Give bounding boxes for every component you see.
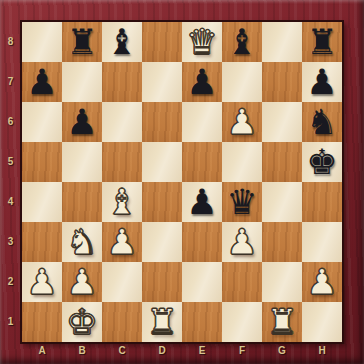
- rank-label-2: 2: [0, 262, 21, 302]
- rank-label-4: 4: [0, 182, 21, 222]
- black-queen[interactable]: ♛: [222, 182, 262, 222]
- white-bishop[interactable]: ♝: [102, 182, 142, 222]
- square-b7[interactable]: [62, 62, 102, 102]
- white-pawn[interactable]: ♟: [102, 222, 142, 262]
- file-label-f: F: [222, 343, 262, 359]
- black-pawn[interactable]: ♟: [182, 62, 222, 102]
- white-pawn[interactable]: ♟: [222, 102, 262, 142]
- square-d4[interactable]: [142, 182, 182, 222]
- rank-label-1: 1: [0, 302, 21, 342]
- black-pawn[interactable]: ♟: [182, 182, 222, 222]
- square-a2[interactable]: ♟: [22, 262, 62, 302]
- square-b3[interactable]: ♞: [62, 222, 102, 262]
- square-g6[interactable]: [262, 102, 302, 142]
- black-knight[interactable]: ♞: [302, 102, 342, 142]
- square-g4[interactable]: [262, 182, 302, 222]
- white-pawn[interactable]: ♟: [222, 222, 262, 262]
- square-b6[interactable]: ♟: [62, 102, 102, 142]
- square-f5[interactable]: [222, 142, 262, 182]
- square-e6[interactable]: [182, 102, 222, 142]
- square-f6[interactable]: ♟: [222, 102, 262, 142]
- rank-label-3: 3: [0, 222, 21, 262]
- white-pawn[interactable]: ♟: [302, 262, 342, 302]
- square-b8[interactable]: ♜: [62, 22, 102, 62]
- square-a5[interactable]: [22, 142, 62, 182]
- white-queen[interactable]: ♛: [182, 22, 222, 62]
- square-a7[interactable]: ♟: [22, 62, 62, 102]
- black-king[interactable]: ♚: [302, 142, 342, 182]
- square-e4[interactable]: ♟: [182, 182, 222, 222]
- rank-label-8: 8: [0, 22, 21, 62]
- square-d5[interactable]: [142, 142, 182, 182]
- file-label-g: G: [262, 343, 302, 359]
- square-a6[interactable]: [22, 102, 62, 142]
- square-h7[interactable]: ♟: [302, 62, 342, 102]
- file-label-e: E: [182, 343, 222, 359]
- file-label-d: D: [142, 343, 182, 359]
- white-rook[interactable]: ♜: [262, 302, 302, 342]
- square-c8[interactable]: ♝: [102, 22, 142, 62]
- black-bishop[interactable]: ♝: [222, 22, 262, 62]
- rank-label-6: 6: [0, 102, 21, 142]
- file-label-a: A: [22, 343, 62, 359]
- square-b2[interactable]: ♟: [62, 262, 102, 302]
- square-h2[interactable]: ♟: [302, 262, 342, 302]
- square-c5[interactable]: [102, 142, 142, 182]
- square-h6[interactable]: ♞: [302, 102, 342, 142]
- square-h5[interactable]: ♚: [302, 142, 342, 182]
- black-pawn[interactable]: ♟: [22, 62, 62, 102]
- square-g5[interactable]: [262, 142, 302, 182]
- square-c7[interactable]: [102, 62, 142, 102]
- white-rook[interactable]: ♜: [142, 302, 182, 342]
- white-king[interactable]: ♚: [62, 302, 102, 342]
- square-b1[interactable]: ♚: [62, 302, 102, 342]
- square-e5[interactable]: [182, 142, 222, 182]
- square-a8[interactable]: [22, 22, 62, 62]
- square-d8[interactable]: [142, 22, 182, 62]
- square-g7[interactable]: [262, 62, 302, 102]
- black-pawn[interactable]: ♟: [302, 62, 342, 102]
- square-c2[interactable]: [102, 262, 142, 302]
- square-f4[interactable]: ♛: [222, 182, 262, 222]
- square-g2[interactable]: [262, 262, 302, 302]
- rank-label-5: 5: [0, 142, 21, 182]
- square-h8[interactable]: ♜: [302, 22, 342, 62]
- chess-board-frame: ♜♝♛♝♜♟♟♟♟♟♞♚♝♟♛♞♟♟♟♟♟♚♜♜ 87654321 ABCDEF…: [0, 0, 364, 364]
- square-h4[interactable]: [302, 182, 342, 222]
- square-d1[interactable]: ♜: [142, 302, 182, 342]
- square-d6[interactable]: [142, 102, 182, 142]
- square-d7[interactable]: [142, 62, 182, 102]
- square-a4[interactable]: [22, 182, 62, 222]
- black-bishop[interactable]: ♝: [102, 22, 142, 62]
- square-f3[interactable]: ♟: [222, 222, 262, 262]
- square-h1[interactable]: [302, 302, 342, 342]
- white-pawn[interactable]: ♟: [22, 262, 62, 302]
- square-d2[interactable]: [142, 262, 182, 302]
- square-h3[interactable]: [302, 222, 342, 262]
- square-e8[interactable]: ♛: [182, 22, 222, 62]
- square-g1[interactable]: ♜: [262, 302, 302, 342]
- square-d3[interactable]: [142, 222, 182, 262]
- square-b4[interactable]: [62, 182, 102, 222]
- black-rook[interactable]: ♜: [62, 22, 102, 62]
- file-label-b: B: [62, 343, 102, 359]
- square-c3[interactable]: ♟: [102, 222, 142, 262]
- square-e1[interactable]: [182, 302, 222, 342]
- square-c1[interactable]: [102, 302, 142, 342]
- rank-label-7: 7: [0, 62, 21, 102]
- file-label-h: H: [302, 343, 342, 359]
- square-c4[interactable]: ♝: [102, 182, 142, 222]
- square-f8[interactable]: ♝: [222, 22, 262, 62]
- square-g3[interactable]: [262, 222, 302, 262]
- square-e2[interactable]: [182, 262, 222, 302]
- black-pawn[interactable]: ♟: [62, 102, 102, 142]
- square-c6[interactable]: [102, 102, 142, 142]
- square-f7[interactable]: [222, 62, 262, 102]
- square-f2[interactable]: [222, 262, 262, 302]
- square-a1[interactable]: [22, 302, 62, 342]
- white-knight[interactable]: ♞: [62, 222, 102, 262]
- white-pawn[interactable]: ♟: [62, 262, 102, 302]
- square-f1[interactable]: [222, 302, 262, 342]
- square-b5[interactable]: [62, 142, 102, 182]
- file-label-c: C: [102, 343, 142, 359]
- square-a3[interactable]: [22, 222, 62, 262]
- square-e3[interactable]: [182, 222, 222, 262]
- square-g8[interactable]: [262, 22, 302, 62]
- black-rook[interactable]: ♜: [302, 22, 342, 62]
- square-e7[interactable]: ♟: [182, 62, 222, 102]
- chess-board: ♜♝♛♝♜♟♟♟♟♟♞♚♝♟♛♞♟♟♟♟♟♚♜♜: [22, 22, 342, 342]
